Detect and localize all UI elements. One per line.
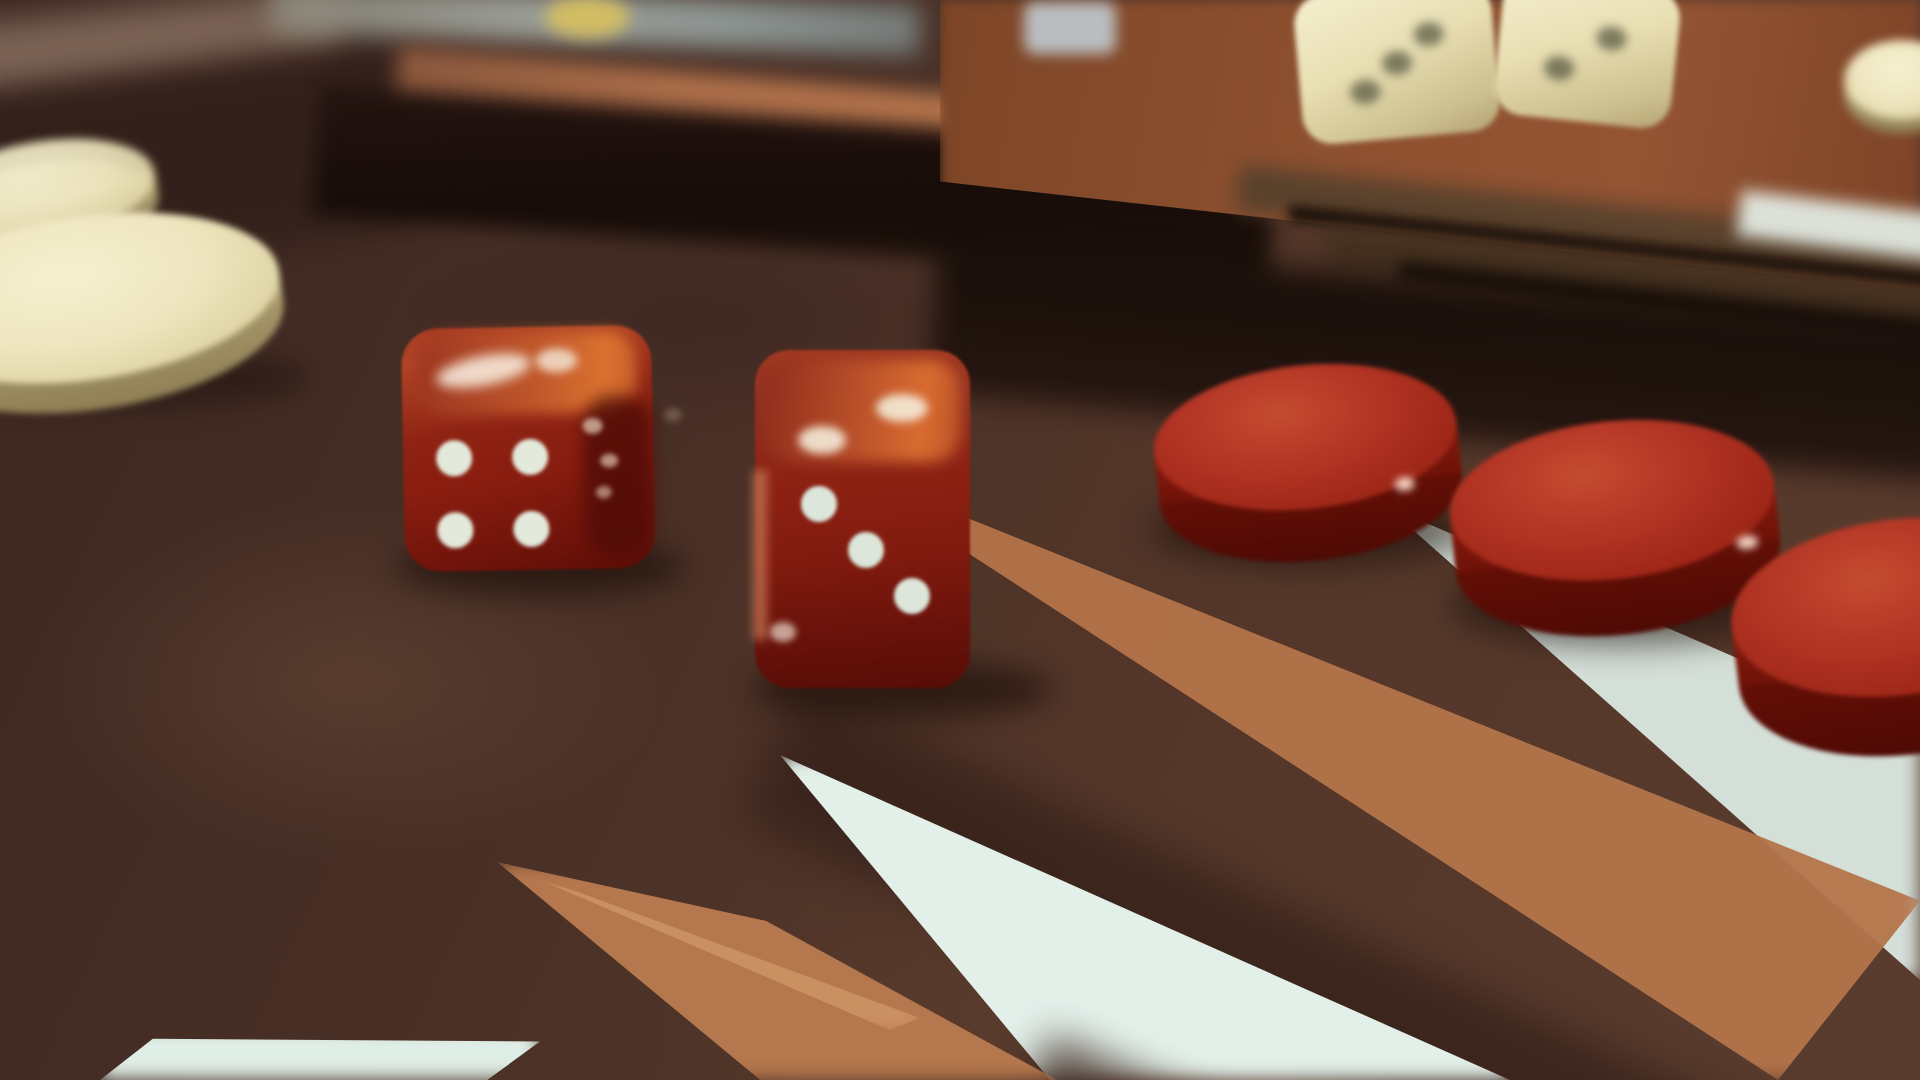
- red-die-2-top-sheen: [764, 360, 962, 461]
- die-pip: [894, 578, 930, 614]
- white-die-1-face: [1321, 3, 1472, 123]
- die-pip: [1543, 55, 1575, 82]
- red-die-1[interactable]: [401, 325, 655, 572]
- red-checker-3-partial[interactable]: [1721, 499, 1920, 774]
- die-pip: [848, 532, 884, 568]
- die-pip: [437, 511, 474, 548]
- dust-speck: [664, 408, 682, 422]
- die-pip: [801, 486, 837, 522]
- red-die-2[interactable]: [755, 350, 970, 688]
- die-pip: [1595, 25, 1627, 52]
- frame-highlight-patch: [1024, 2, 1116, 54]
- red-die-2-edge-highlight: [753, 470, 767, 640]
- point-white-bottomleft: [100, 1025, 540, 1080]
- die-pip: [1413, 21, 1445, 48]
- die-pip: [512, 439, 549, 476]
- white-die-2[interactable]: [1491, 0, 1683, 131]
- cream-checker-partial-right[interactable]: [1844, 40, 1920, 134]
- die-pip: [1381, 50, 1413, 77]
- die-pip: [513, 510, 550, 547]
- white-die-1[interactable]: [1292, 0, 1502, 146]
- red-die-2-face: [768, 455, 963, 645]
- die-pip: [436, 440, 473, 477]
- red-checker-1[interactable]: [1147, 350, 1470, 577]
- white-die-2-face: [1518, 0, 1656, 109]
- die-pip: [1349, 79, 1381, 106]
- red-die-2-top-pip-glint-2: [876, 394, 928, 422]
- red-die-1-face: [413, 418, 574, 569]
- backgammon-board-photo: [0, 0, 1920, 1080]
- red-die-2-top-pip-glint-1: [798, 426, 846, 454]
